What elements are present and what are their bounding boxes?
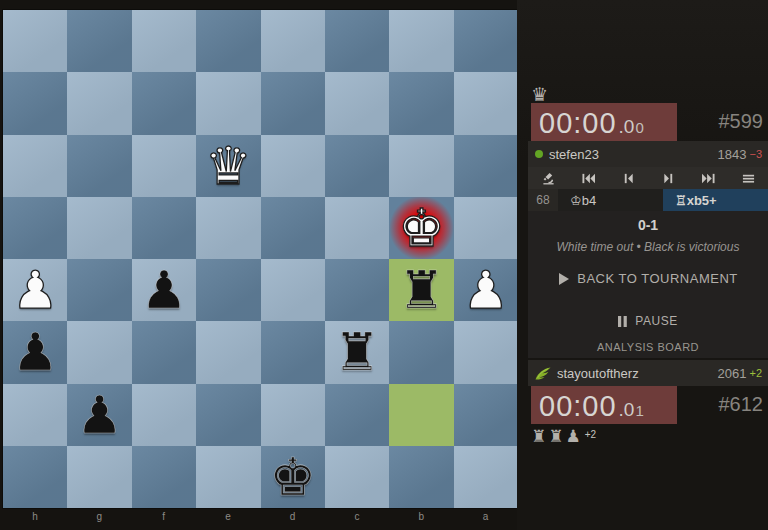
square-d8[interactable]: ♚ (261, 446, 325, 508)
square-d1[interactable] (261, 10, 325, 72)
square-c6[interactable]: ♜ (325, 321, 389, 383)
previous-move-button[interactable] (608, 167, 648, 189)
square-h6[interactable]: ♟ (3, 321, 67, 383)
square-a8[interactable] (454, 446, 518, 508)
file-label-f: f (154, 511, 174, 522)
piece-white-king-b4[interactable]: ♚ (398, 202, 445, 254)
piece-black-king-d8[interactable]: ♚ (269, 451, 316, 503)
move-list-row: 68 ♔b4 ♖xb5+ (528, 189, 768, 211)
player-top[interactable]: stefen23 1843 −3 (528, 141, 768, 167)
game-number-top: #599 (719, 110, 764, 133)
clock-top: 00:00.00 #599 (528, 103, 768, 141)
square-b5[interactable]: ♜ (389, 259, 453, 321)
analysis-board-button[interactable]: ANALYSIS BOARD (528, 337, 768, 355)
move-white[interactable]: ♔b4 (558, 189, 663, 211)
patron-wing-icon (535, 367, 551, 380)
square-g1[interactable] (67, 10, 131, 72)
file-coordinates: hgfedcba (3, 511, 518, 525)
game-number-bottom: #612 (719, 393, 764, 416)
captured-pieces-top: ♛ (531, 83, 550, 105)
piece-black-pawn-h6[interactable]: ♟ (12, 326, 59, 378)
square-b3[interactable] (389, 135, 453, 197)
square-a1[interactable] (454, 10, 518, 72)
square-a2[interactable] (454, 72, 518, 134)
square-c7[interactable] (325, 384, 389, 446)
square-f2[interactable] (132, 72, 196, 134)
chess-board: ♛♚♟♟♜♟♟♜♟♚ (3, 10, 518, 508)
square-a4[interactable] (454, 197, 518, 259)
square-f6[interactable] (132, 321, 196, 383)
player-top-rating: 1843 (718, 147, 747, 162)
player-top-rating-delta: −3 (749, 148, 762, 160)
square-f8[interactable] (132, 446, 196, 508)
clock-bottom-time: 00:00.01 (531, 386, 677, 424)
result-panel: 0-1 White time out • Black is victorious… (528, 211, 768, 358)
square-d3[interactable] (261, 135, 325, 197)
file-label-a: a (476, 511, 496, 522)
square-c5[interactable] (325, 259, 389, 321)
player-bottom[interactable]: stayoutoftherz 2061 +2 (528, 360, 768, 386)
square-d7[interactable] (261, 384, 325, 446)
clock-bottom: 00:00.01 #612 (528, 386, 768, 424)
piece-black-rook-c6[interactable]: ♜ (334, 326, 381, 378)
file-label-d: d (283, 511, 303, 522)
move-black-current[interactable]: ♖xb5+ (663, 189, 768, 211)
square-g6[interactable] (67, 321, 131, 383)
file-label-g: g (89, 511, 109, 522)
piece-black-pawn-g7[interactable]: ♟ (76, 389, 123, 441)
clock-top-time: 00:00.00 (531, 103, 677, 141)
square-h3[interactable] (3, 135, 67, 197)
file-label-e: e (218, 511, 238, 522)
square-a5[interactable]: ♟ (454, 259, 518, 321)
square-f3[interactable] (132, 135, 196, 197)
square-b4[interactable]: ♚ (389, 197, 453, 259)
piece-black-rook-b5[interactable]: ♜ (398, 264, 445, 316)
square-e5[interactable] (196, 259, 260, 321)
material-advantage: +2 (585, 429, 596, 440)
game-sidebar: ♛ 00:00.00 #599 stefen23 1843 −3 (517, 0, 768, 530)
result-text: White time out • Black is victorious (528, 240, 768, 254)
player-bottom-name[interactable]: stayoutoftherz (557, 366, 639, 381)
menu-icon[interactable] (728, 167, 768, 189)
piece-black-pawn-f5[interactable]: ♟ (141, 264, 188, 316)
square-h1[interactable] (3, 10, 67, 72)
file-label-h: h (25, 511, 45, 522)
next-move-button[interactable] (648, 167, 688, 189)
square-c2[interactable] (325, 72, 389, 134)
square-h2[interactable] (3, 72, 67, 134)
move-number: 68 (528, 189, 558, 211)
square-e6[interactable] (196, 321, 260, 383)
square-g2[interactable] (67, 72, 131, 134)
square-h5[interactable]: ♟ (3, 259, 67, 321)
square-f4[interactable] (132, 197, 196, 259)
square-a6[interactable] (454, 321, 518, 383)
square-c8[interactable] (325, 446, 389, 508)
square-c1[interactable] (325, 10, 389, 72)
square-h7[interactable] (3, 384, 67, 446)
file-label-b: b (411, 511, 431, 522)
square-f7[interactable] (132, 384, 196, 446)
square-a3[interactable] (454, 135, 518, 197)
square-g7[interactable]: ♟ (67, 384, 131, 446)
square-e3[interactable]: ♛ (196, 135, 260, 197)
player-top-name[interactable]: stefen23 (549, 147, 599, 162)
square-a7[interactable] (454, 384, 518, 446)
square-d5[interactable] (261, 259, 325, 321)
online-dot-icon (535, 150, 543, 158)
square-d6[interactable] (261, 321, 325, 383)
pause-icon (618, 316, 627, 327)
square-e2[interactable] (196, 72, 260, 134)
square-e4[interactable] (196, 197, 260, 259)
square-e1[interactable] (196, 10, 260, 72)
replay-nav (528, 167, 768, 189)
square-e7[interactable] (196, 384, 260, 446)
square-d4[interactable] (261, 197, 325, 259)
piece-white-pawn-a5[interactable]: ♟ (463, 264, 510, 316)
pause-button[interactable]: PAUSE (528, 311, 768, 329)
square-f1[interactable] (132, 10, 196, 72)
square-d2[interactable] (261, 72, 325, 134)
square-h4[interactable] (3, 197, 67, 259)
lichess-game-page: ♛♚♟♟♜♟♟♜♟♚ 12345678 hgfedcba ♛ 00:00.00 … (0, 0, 768, 530)
captured-pieces-bottom: ♜♜♟+2 (531, 426, 596, 446)
square-b1[interactable] (389, 10, 453, 72)
player-bottom-rating: 2061 (718, 366, 747, 381)
square-b6[interactable] (389, 321, 453, 383)
square-g3[interactable] (67, 135, 131, 197)
piece-white-queen-e3[interactable]: ♛ (205, 140, 252, 192)
player-bottom-rating-delta: +2 (749, 367, 762, 379)
file-label-c: c (347, 511, 367, 522)
square-e8[interactable] (196, 446, 260, 508)
result-score: 0-1 (528, 211, 768, 233)
analysis-microscope-icon[interactable] (528, 167, 568, 189)
square-c3[interactable] (325, 135, 389, 197)
square-b2[interactable] (389, 72, 453, 134)
square-c4[interactable] (325, 197, 389, 259)
square-g4[interactable] (67, 197, 131, 259)
piece-white-pawn-h5[interactable]: ♟ (12, 264, 59, 316)
square-g5[interactable] (67, 259, 131, 321)
play-triangle-icon (558, 273, 569, 285)
square-b8[interactable] (389, 446, 453, 508)
square-f5[interactable]: ♟ (132, 259, 196, 321)
back-to-tournament-button[interactable]: BACK TO TOURNAMENT (528, 269, 768, 287)
last-move-button[interactable] (688, 167, 728, 189)
square-h8[interactable] (3, 446, 67, 508)
square-b7[interactable] (389, 384, 453, 446)
first-move-button[interactable] (568, 167, 608, 189)
square-g8[interactable] (67, 446, 131, 508)
